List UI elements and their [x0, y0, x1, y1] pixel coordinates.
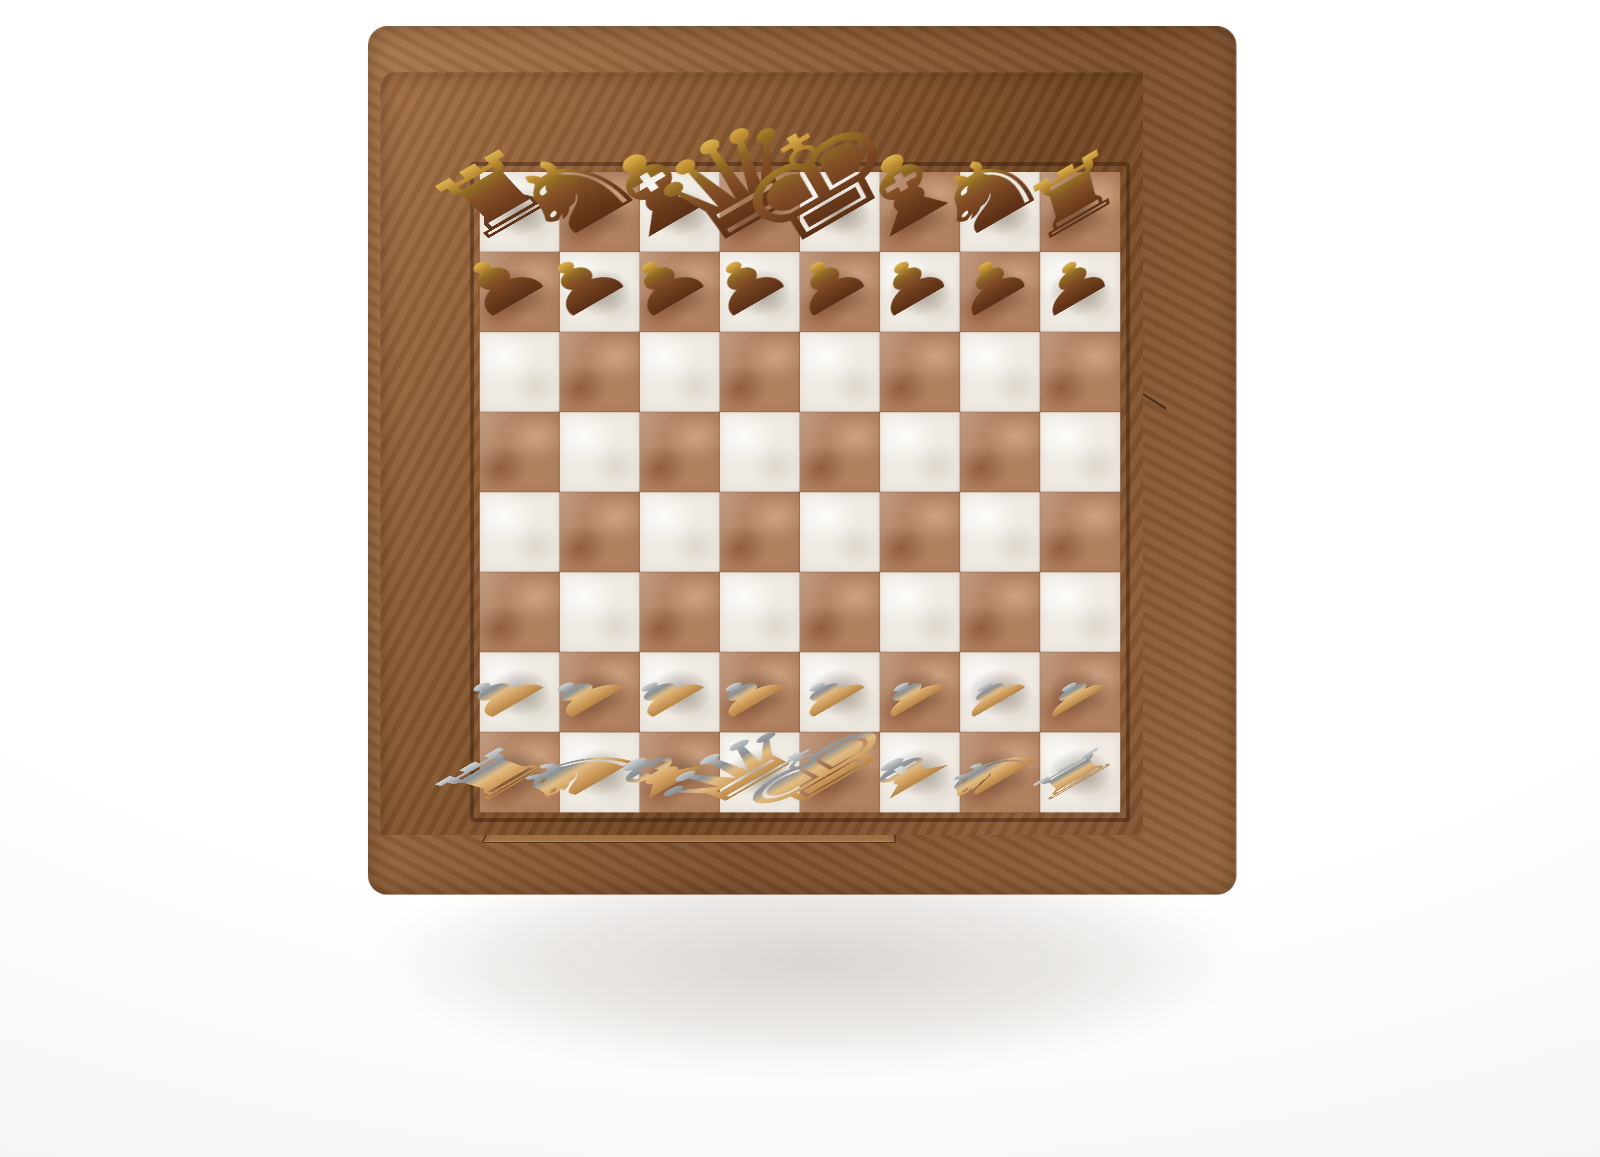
square-b4[interactable] [560, 492, 640, 572]
square-f4[interactable] [880, 492, 960, 572]
square-h5[interactable] [1040, 412, 1120, 492]
square-e5[interactable] [800, 412, 880, 492]
square-c5[interactable] [640, 412, 720, 492]
square-g5[interactable] [960, 412, 1040, 492]
studio-backdrop: ♜♞♝♛♚♝♞♜♟♟♟♟♟♟♟♟♟♟♟♟♟♟♟♟♜♞♝♛♚♝♞♜ [0, 0, 1600, 1157]
square-d4[interactable] [720, 492, 800, 572]
square-g4[interactable] [960, 492, 1040, 572]
square-d5[interactable] [720, 412, 800, 492]
square-b5[interactable] [560, 412, 640, 492]
square-e4[interactable] [800, 492, 880, 572]
square-h6[interactable] [1040, 332, 1120, 412]
square-c4[interactable] [640, 492, 720, 572]
board-frame: ♜♞♝♛♚♝♞♜♟♟♟♟♟♟♟♟♟♟♟♟♟♟♟♟♜♞♝♛♚♝♞♜ [380, 72, 1220, 912]
chessboard: ♜♞♝♛♚♝♞♜♟♟♟♟♟♟♟♟♟♟♟♟♟♟♟♟♜♞♝♛♚♝♞♜ [480, 172, 1120, 812]
square-a5[interactable] [480, 412, 560, 492]
square-f5[interactable] [880, 412, 960, 492]
square-a4[interactable] [480, 492, 560, 572]
chess-set-scene: ♜♞♝♛♚♝♞♜♟♟♟♟♟♟♟♟♟♟♟♟♟♟♟♟♜♞♝♛♚♝♞♜ [0, 0, 1600, 1157]
square-h4[interactable] [1040, 492, 1120, 572]
square-h7[interactable]: ♟ [1040, 252, 1120, 332]
